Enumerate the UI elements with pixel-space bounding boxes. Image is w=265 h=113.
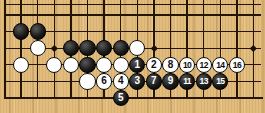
white-stone [63, 57, 79, 73]
white-stone-move-14: 14 [212, 57, 228, 73]
black-stone [96, 40, 112, 56]
white-stone [79, 73, 95, 89]
move-number-label: 4 [118, 76, 124, 86]
move-number-label: 2 [151, 60, 157, 70]
go-board-diagram: 12345678910111213141516 [0, 0, 265, 113]
move-number-label: 12 [200, 61, 208, 70]
black-stone [79, 40, 95, 56]
white-stone-move-2: 2 [146, 57, 162, 73]
black-stone-move-15: 15 [212, 73, 228, 89]
white-stone [30, 40, 46, 56]
black-stone-move-13: 13 [196, 73, 212, 89]
white-stone [46, 57, 62, 73]
move-number-label: 8 [168, 60, 174, 70]
white-stone [113, 57, 129, 73]
star-point [250, 45, 256, 51]
white-stone-move-6: 6 [96, 73, 112, 89]
move-number-label: 15 [216, 77, 224, 86]
white-stone-move-4: 4 [113, 73, 129, 89]
grid-line-horizontal [4, 97, 263, 100]
black-stone [79, 57, 95, 73]
grid-line-horizontal [4, 4, 261, 5]
move-number-label: 16 [233, 61, 241, 70]
move-number-label: 1 [135, 60, 141, 70]
move-number-label: 13 [200, 77, 208, 86]
black-stone-move-1: 1 [129, 57, 145, 73]
black-stone-move-3: 3 [129, 73, 145, 89]
black-stone [63, 40, 79, 56]
black-stone-move-7: 7 [146, 73, 162, 89]
white-stone-move-10: 10 [179, 57, 195, 73]
white-stone [129, 40, 145, 56]
black-stone [113, 40, 129, 56]
black-stone [13, 23, 29, 39]
grid-line-horizontal [4, 14, 261, 15]
white-stone-move-16: 16 [229, 57, 245, 73]
black-stone-move-9: 9 [162, 73, 178, 89]
move-number-label: 9 [168, 76, 174, 86]
star-point [151, 45, 157, 51]
move-number-label: 6 [101, 76, 107, 86]
black-stone-move-5: 5 [113, 90, 129, 106]
white-stone-move-8: 8 [162, 57, 178, 73]
move-number-label: 3 [135, 76, 141, 86]
white-stone [96, 57, 112, 73]
move-number-label: 7 [151, 76, 157, 86]
star-point [51, 45, 57, 51]
move-number-label: 5 [118, 93, 124, 103]
move-number-label: 10 [183, 61, 191, 70]
white-stone [13, 57, 29, 73]
white-stone-move-12: 12 [196, 57, 212, 73]
black-stone [30, 23, 46, 39]
move-number-label: 14 [216, 61, 224, 70]
black-stone-move-11: 11 [179, 73, 195, 89]
move-number-label: 11 [183, 77, 191, 86]
